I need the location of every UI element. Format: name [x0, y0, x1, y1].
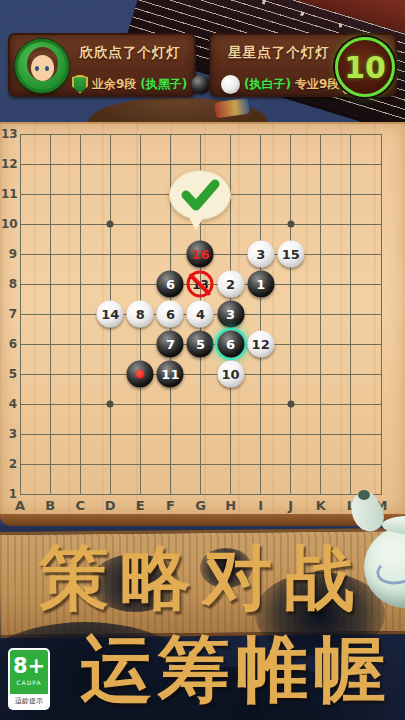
row-label-11: 11	[1, 187, 17, 201]
stone-F8[interactable]: 6	[157, 271, 184, 298]
stone-move-number: 16	[191, 248, 209, 261]
stone-E7[interactable]: 8	[127, 301, 154, 328]
timer-seconds: 10	[344, 50, 386, 85]
gomoku-board: 13A12B11C10D9E8F7G6H5I4J3K2L1M1631562114…	[0, 122, 405, 526]
grid-line-vertical	[20, 134, 21, 495]
white-player-name: 星星点了个灯灯	[225, 44, 333, 62]
age-rating-org: CADPA	[16, 679, 41, 686]
red-dot-marker	[136, 370, 145, 379]
stone-move-number: 1	[256, 278, 265, 291]
stone-H5[interactable]: 10	[217, 361, 244, 388]
stone-move-number: 6	[166, 278, 175, 291]
star-point-J4	[287, 401, 294, 408]
avatar-eye	[45, 66, 49, 71]
col-label-H: H	[221, 498, 241, 513]
stone-D7[interactable]: 14	[97, 301, 124, 328]
age-rating-value: 8+	[13, 654, 45, 679]
app-screen: 欣欣点了个灯灯 业余9段 (执黑子) 星星点了个灯灯 (执白子) 专业9段 10…	[0, 0, 405, 720]
row-label-5: 5	[1, 367, 17, 381]
stone-G9[interactable]: 16	[187, 241, 214, 268]
stone-I6[interactable]: 12	[247, 331, 274, 358]
col-label-G: G	[191, 498, 211, 513]
stone-move-number: 6	[226, 338, 235, 351]
marketing-footer: 策略对战 运筹帷幄	[0, 526, 405, 720]
col-label-J: J	[281, 498, 301, 513]
row-label-9: 9	[1, 247, 17, 261]
col-label-C: C	[70, 498, 90, 513]
stone-move-number: 10	[222, 368, 240, 381]
stone-H7[interactable]: 3	[217, 301, 244, 328]
grid-line-horizontal	[20, 464, 382, 465]
grid-line-horizontal	[20, 374, 382, 375]
black-player-avatar[interactable]	[15, 39, 69, 93]
row-label-13: 13	[1, 127, 17, 141]
grid-line-vertical	[260, 134, 261, 495]
stone-H8[interactable]: 2	[217, 271, 244, 298]
row-label-3: 3	[1, 427, 17, 441]
grid-line-horizontal	[20, 494, 382, 495]
grid-line-horizontal	[20, 134, 382, 135]
col-label-F: F	[160, 498, 180, 513]
stone-J9[interactable]: 15	[277, 241, 304, 268]
grid-line-vertical	[320, 134, 321, 495]
board-surface[interactable]: 13A12B11C10D9E8F7G6H5I4J3K2L1M1631562114…	[0, 122, 405, 514]
bubble-tail	[189, 218, 203, 230]
stone-F5[interactable]: 11	[157, 361, 184, 388]
grid-line-horizontal	[20, 404, 382, 405]
rank-shield-icon	[72, 75, 88, 94]
grid-line-vertical	[381, 134, 382, 495]
stone-F7[interactable]: 6	[157, 301, 184, 328]
star-point-D4	[107, 401, 114, 408]
stone-move-number: 3	[226, 308, 235, 321]
stone-move-number: 4	[196, 308, 205, 321]
age-rating-badge: 8+ CADPA 适龄提示	[8, 648, 50, 710]
row-label-8: 8	[1, 277, 17, 291]
grid-line-vertical	[290, 134, 291, 495]
stone-F6[interactable]: 7	[157, 331, 184, 358]
slogan-line1: 策略对战	[0, 532, 405, 626]
row-label-2: 2	[1, 457, 17, 471]
stone-I8[interactable]: 1	[247, 271, 274, 298]
black-player-info-row: 业余9段 (执黑子)	[72, 73, 190, 95]
white-side-label: (执白子)	[244, 76, 291, 93]
white-player-info-row: (执白子) 专业9段	[221, 73, 339, 95]
stone-move-number: 12	[252, 338, 270, 351]
age-rating-note: 适龄提示	[10, 694, 48, 708]
move-timer: 10	[335, 37, 395, 97]
stone-move-number: 7	[166, 338, 175, 351]
stone-move-number: 6	[166, 308, 175, 321]
black-stone-icon	[191, 75, 210, 94]
slogan-line2: 运筹帷幄	[56, 622, 405, 718]
row-label-4: 4	[1, 397, 17, 411]
row-label-7: 7	[1, 307, 17, 321]
grid-line-vertical	[50, 134, 51, 495]
avatar-eye	[35, 66, 39, 71]
col-label-B: B	[40, 498, 60, 513]
teapot-spout-opening	[358, 490, 370, 500]
forbidden-point-marker-G8[interactable]: 13	[187, 271, 214, 298]
grid-line-vertical	[350, 134, 351, 495]
row-label-1: 1	[1, 487, 17, 501]
stone-move-number: 8	[136, 308, 145, 321]
stone-move-number: 15	[282, 248, 300, 261]
stone-G7[interactable]: 4	[187, 301, 214, 328]
star-point-J10	[287, 221, 294, 228]
stone-move-number: 5	[196, 338, 205, 351]
board-wood-edge	[0, 514, 405, 526]
grid-line-horizontal	[20, 434, 382, 435]
player-panel-black: 欣欣点了个灯灯 业余9段 (执黑子)	[8, 33, 196, 97]
stone-H6[interactable]: 6	[217, 331, 244, 358]
row-label-10: 10	[1, 217, 17, 231]
stone-move-number: 14	[101, 308, 119, 321]
grid-line-horizontal	[20, 164, 382, 165]
star-point-D10	[107, 221, 114, 228]
stone-G6[interactable]: 5	[187, 331, 214, 358]
stone-E5[interactable]	[127, 361, 154, 388]
white-player-rank: 专业9段	[295, 76, 339, 93]
player-panel-white: 星星点了个灯灯 (执白子) 专业9段 10	[209, 33, 397, 97]
confirm-check-bubble	[169, 170, 231, 220]
black-player-name: 欣欣点了个灯灯	[72, 44, 188, 62]
stone-I9[interactable]: 3	[247, 241, 274, 268]
col-label-E: E	[130, 498, 150, 513]
stone-move-number: 11	[161, 368, 179, 381]
col-label-K: K	[311, 498, 331, 513]
row-label-12: 12	[1, 157, 17, 171]
green-checkmark-icon	[178, 177, 222, 213]
col-label-I: I	[251, 498, 271, 513]
col-label-D: D	[100, 498, 120, 513]
stone-move-number: 2	[226, 278, 235, 291]
black-side-label: (执黑子)	[140, 76, 187, 93]
stone-move-number: 3	[256, 248, 265, 261]
grid-line-vertical	[80, 134, 81, 495]
black-player-rank: 业余9段	[92, 76, 136, 93]
teapot-prop	[352, 486, 405, 618]
white-stone-icon	[221, 75, 240, 94]
row-label-6: 6	[1, 337, 17, 351]
